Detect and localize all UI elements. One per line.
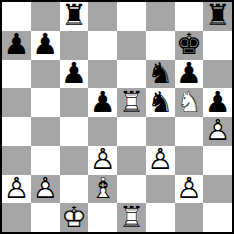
- square-g8[interactable]: [175, 2, 204, 31]
- square-c3[interactable]: [60, 146, 89, 175]
- square-b2[interactable]: ♟♙: [31, 175, 60, 204]
- square-b4[interactable]: [31, 117, 60, 146]
- piece-white-bishop[interactable]: ♗: [90, 175, 116, 203]
- square-h5[interactable]: ♟: [203, 88, 232, 117]
- piece-white-pawn[interactable]: ♙: [147, 146, 173, 174]
- square-h3[interactable]: [203, 146, 232, 175]
- square-c4[interactable]: [60, 117, 89, 146]
- piece-white-pawn[interactable]: ♙: [3, 175, 29, 203]
- square-g6[interactable]: ♟: [175, 60, 204, 89]
- square-g5[interactable]: ♞♘: [175, 88, 204, 117]
- square-f7[interactable]: [146, 31, 175, 60]
- square-d3[interactable]: ♟♙: [88, 146, 117, 175]
- piece-black-pawn[interactable]: ♟: [3, 31, 29, 59]
- square-f2[interactable]: [146, 175, 175, 204]
- piece-black-pawn[interactable]: ♟: [61, 60, 87, 88]
- square-h4[interactable]: ♟♙: [203, 117, 232, 146]
- square-a1[interactable]: [2, 203, 31, 232]
- square-e8[interactable]: [117, 2, 146, 31]
- square-d8[interactable]: [88, 2, 117, 31]
- square-g2[interactable]: ♟♙: [175, 175, 204, 204]
- square-h6[interactable]: [203, 60, 232, 89]
- square-a3[interactable]: [2, 146, 31, 175]
- square-e6[interactable]: [117, 60, 146, 89]
- square-d1[interactable]: [88, 203, 117, 232]
- piece-white-pawn[interactable]: ♙: [205, 117, 231, 145]
- square-b5[interactable]: [31, 88, 60, 117]
- square-b1[interactable]: [31, 203, 60, 232]
- square-g3[interactable]: [175, 146, 204, 175]
- piece-black-pawn[interactable]: ♟: [90, 88, 116, 116]
- square-g4[interactable]: [175, 117, 204, 146]
- square-e3[interactable]: [117, 146, 146, 175]
- piece-black-knight[interactable]: ♞: [147, 88, 173, 116]
- piece-white-king[interactable]: ♔: [61, 203, 87, 231]
- square-h2[interactable]: [203, 175, 232, 204]
- square-a4[interactable]: [2, 117, 31, 146]
- square-c1[interactable]: ♚♔: [60, 203, 89, 232]
- piece-black-knight[interactable]: ♞: [147, 60, 173, 88]
- piece-black-pawn[interactable]: ♟: [176, 60, 202, 88]
- chess-board: ♜♜♟♟♚♟♞♟♟♜♖♞♞♘♟♟♙♟♙♟♙♟♙♟♙♝♗♟♙♚♔♜♖: [0, 0, 234, 234]
- square-c5[interactable]: [60, 88, 89, 117]
- square-b7[interactable]: ♟: [31, 31, 60, 60]
- piece-black-rook[interactable]: ♜: [205, 2, 231, 30]
- square-c7[interactable]: [60, 31, 89, 60]
- piece-white-rook[interactable]: ♖: [118, 203, 144, 231]
- square-f3[interactable]: ♟♙: [146, 146, 175, 175]
- square-e7[interactable]: [117, 31, 146, 60]
- square-d6[interactable]: [88, 60, 117, 89]
- square-a6[interactable]: [2, 60, 31, 89]
- square-d7[interactable]: [88, 31, 117, 60]
- square-e5[interactable]: ♜♖: [117, 88, 146, 117]
- square-d2[interactable]: ♝♗: [88, 175, 117, 204]
- square-f1[interactable]: [146, 203, 175, 232]
- square-g1[interactable]: [175, 203, 204, 232]
- square-c8[interactable]: ♜: [60, 2, 89, 31]
- square-e4[interactable]: [117, 117, 146, 146]
- piece-white-pawn[interactable]: ♙: [32, 175, 58, 203]
- square-f4[interactable]: [146, 117, 175, 146]
- square-b3[interactable]: [31, 146, 60, 175]
- square-h7[interactable]: [203, 31, 232, 60]
- square-c6[interactable]: ♟: [60, 60, 89, 89]
- square-f6[interactable]: ♞: [146, 60, 175, 89]
- piece-white-rook[interactable]: ♖: [118, 88, 144, 116]
- square-d5[interactable]: ♟: [88, 88, 117, 117]
- piece-black-rook[interactable]: ♜: [61, 2, 87, 30]
- square-a8[interactable]: [2, 2, 31, 31]
- square-b8[interactable]: [31, 2, 60, 31]
- piece-white-pawn[interactable]: ♙: [90, 146, 116, 174]
- square-a2[interactable]: ♟♙: [2, 175, 31, 204]
- square-h8[interactable]: ♜: [203, 2, 232, 31]
- square-f5[interactable]: ♞: [146, 88, 175, 117]
- square-e1[interactable]: ♜♖: [117, 203, 146, 232]
- square-d4[interactable]: [88, 117, 117, 146]
- piece-white-knight[interactable]: ♘: [176, 88, 202, 116]
- square-a7[interactable]: ♟: [2, 31, 31, 60]
- square-h1[interactable]: [203, 203, 232, 232]
- square-b6[interactable]: [31, 60, 60, 89]
- square-c2[interactable]: [60, 175, 89, 204]
- piece-black-pawn[interactable]: ♟: [205, 88, 231, 116]
- piece-black-pawn[interactable]: ♟: [32, 31, 58, 59]
- square-g7[interactable]: ♚: [175, 31, 204, 60]
- piece-black-king[interactable]: ♚: [176, 31, 202, 59]
- square-f8[interactable]: [146, 2, 175, 31]
- piece-white-pawn[interactable]: ♙: [176, 175, 202, 203]
- square-a5[interactable]: [2, 88, 31, 117]
- square-e2[interactable]: [117, 175, 146, 204]
